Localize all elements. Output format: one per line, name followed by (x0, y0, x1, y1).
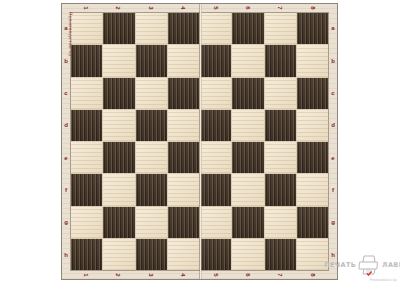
square-h1 (71, 239, 102, 270)
square-d3 (136, 110, 167, 141)
square-c3 (136, 78, 167, 109)
square-g3 (136, 207, 167, 238)
chessboard: 12345678 12345678 abcdefgh abcdefgh (61, 3, 338, 280)
coord-left-c: c (62, 77, 70, 109)
square-e1 (71, 142, 102, 173)
square-f4 (168, 174, 199, 205)
coord-left-h: h (62, 239, 70, 271)
square-b1 (71, 45, 102, 76)
square-a1 (71, 13, 102, 44)
square-b6 (232, 45, 263, 76)
coord-right-g: g (329, 206, 337, 238)
square-f8 (297, 174, 328, 205)
square-f3 (136, 174, 167, 205)
square-g8 (297, 207, 328, 238)
square-e8 (297, 142, 328, 173)
square-a6 (232, 13, 263, 44)
square-c1 (71, 78, 102, 109)
square-d7 (265, 110, 296, 141)
coord-left-d: d (62, 109, 70, 141)
square-c8 (297, 78, 328, 109)
square-h6 (232, 239, 263, 270)
square-h3 (136, 239, 167, 270)
square-g2 (103, 207, 134, 238)
coord-right-b: b (329, 44, 337, 76)
coord-right-e: e (329, 142, 337, 174)
square-d5 (200, 110, 231, 141)
fold-seam (199, 4, 202, 279)
coord-right-c: c (329, 77, 337, 109)
coord-left-e: e (62, 142, 70, 174)
square-b5 (200, 45, 231, 76)
square-g5 (200, 207, 231, 238)
square-b2 (103, 45, 134, 76)
square-g6 (232, 207, 263, 238)
square-g7 (265, 207, 296, 238)
board-watermark-text: Производство by (68, 12, 73, 57)
square-e3 (136, 142, 167, 173)
square-d4 (168, 110, 199, 141)
square-g1 (71, 207, 102, 238)
square-b8 (297, 45, 328, 76)
square-f2 (103, 174, 134, 205)
square-d6 (232, 110, 263, 141)
square-d1 (71, 110, 102, 141)
logo-left-text: ПЕЧАТЬ (324, 261, 356, 269)
square-e7 (265, 142, 296, 173)
logo-caption: Proizvodstvo by (369, 278, 397, 282)
square-b7 (265, 45, 296, 76)
square-h4 (168, 239, 199, 270)
square-d8 (297, 110, 328, 141)
square-e5 (200, 142, 231, 173)
coord-left-g: g (62, 206, 70, 238)
square-a2 (103, 13, 134, 44)
watermark-logo: ПЕЧАТЬ ЛАВКА (336, 250, 398, 280)
coord-right-a: a (329, 12, 337, 44)
square-a8 (297, 13, 328, 44)
square-c4 (168, 78, 199, 109)
square-b3 (136, 45, 167, 76)
coord-right-f: f (329, 174, 337, 206)
square-b4 (168, 45, 199, 76)
square-d2 (103, 110, 134, 141)
coords-right: abcdefgh (329, 12, 337, 271)
coord-left-f: f (62, 174, 70, 206)
square-c5 (200, 78, 231, 109)
square-f1 (71, 174, 102, 205)
square-c2 (103, 78, 134, 109)
square-e4 (168, 142, 199, 173)
square-h5 (200, 239, 231, 270)
square-e2 (103, 142, 134, 173)
square-f5 (200, 174, 231, 205)
page-background: { "game": "chess", "board_size": "8x8", … (0, 0, 400, 283)
square-f7 (265, 174, 296, 205)
coord-right-d: d (329, 109, 337, 141)
square-a3 (136, 13, 167, 44)
square-g4 (168, 207, 199, 238)
square-a5 (200, 13, 231, 44)
square-h7 (265, 239, 296, 270)
square-c6 (232, 78, 263, 109)
square-a7 (265, 13, 296, 44)
printer-icon (357, 254, 381, 276)
logo-right-text: ЛАВКА (382, 261, 400, 269)
square-a4 (168, 13, 199, 44)
square-f6 (232, 174, 263, 205)
square-h2 (103, 239, 134, 270)
square-c7 (265, 78, 296, 109)
square-e6 (232, 142, 263, 173)
